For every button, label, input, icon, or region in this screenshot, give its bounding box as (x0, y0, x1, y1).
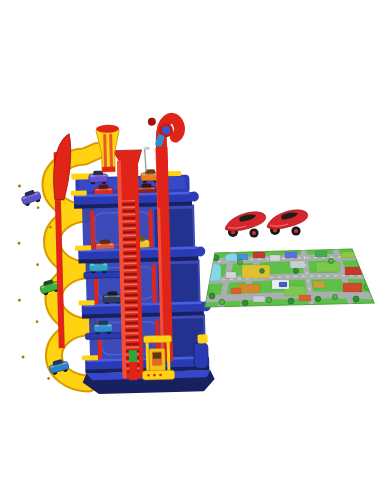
mat-pond (207, 264, 221, 281)
mat-building (237, 254, 248, 260)
mid-shelf (85, 332, 127, 339)
mat-tree (266, 297, 272, 303)
mat-zone (238, 284, 260, 293)
mat-tree (328, 258, 333, 263)
city-playmat (204, 248, 376, 307)
mat-building (341, 252, 355, 258)
mat-tree (237, 259, 242, 264)
mat-zone (316, 262, 340, 272)
mat-building (253, 252, 265, 258)
mat-tree (288, 298, 294, 304)
mat-building (279, 282, 287, 287)
lift-track-green (129, 350, 137, 362)
mat-building (253, 296, 265, 302)
mat-tree (332, 294, 337, 299)
mat-building (343, 283, 362, 292)
product-photo (0, 0, 381, 492)
support-fin (52, 134, 72, 200)
mat-tree (242, 300, 248, 306)
lift-track-red (129, 362, 137, 380)
fuel-station (141, 335, 174, 380)
mat-tree (362, 259, 368, 265)
mat-building (315, 251, 327, 257)
violet-ramp-car (20, 188, 42, 207)
mat-tree (315, 296, 321, 302)
mat-building (313, 281, 325, 288)
mat-tree (219, 299, 225, 305)
mat-building (285, 252, 297, 258)
mat-building (226, 272, 236, 278)
mat-building (231, 288, 241, 294)
mat-building (299, 295, 311, 301)
mat-tree (209, 293, 215, 299)
red-sports-car (225, 212, 266, 238)
mat-zone (242, 265, 270, 278)
red-sports-car (267, 210, 308, 236)
scene-canvas (0, 0, 381, 492)
parking-garage-tower (13, 116, 215, 396)
antenna (145, 147, 151, 172)
mat-tree (353, 296, 359, 302)
mat-tree (260, 269, 265, 274)
mat-building (345, 267, 362, 275)
mat-building (290, 261, 305, 268)
loose-cars (225, 210, 308, 238)
mat-building (270, 255, 280, 261)
mat-tree (293, 268, 298, 273)
